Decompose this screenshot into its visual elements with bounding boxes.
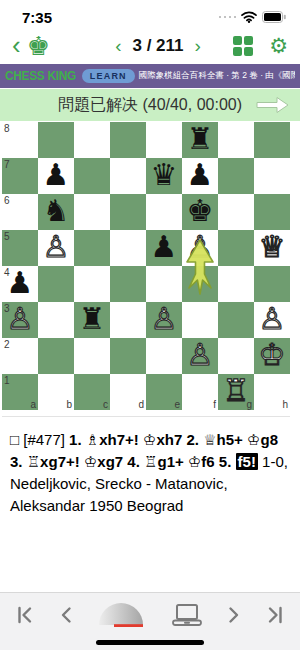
- file-label: c: [103, 399, 108, 410]
- board-area: 8♜7♟♛♟6♞♚5♙♟♙♕4♟3♙♜♙♙2♙♔1abcdefg♖h: [2, 122, 290, 417]
- square-f2[interactable]: ♙: [182, 338, 218, 374]
- wifi-icon: [241, 11, 257, 23]
- rank-label: 7: [4, 159, 10, 170]
- computer-analysis-button[interactable]: [171, 603, 203, 627]
- square-a6[interactable]: 6: [2, 194, 38, 230]
- previous-move-button[interactable]: [60, 605, 72, 625]
- file-label: b: [66, 399, 72, 410]
- square-f4[interactable]: [182, 266, 218, 302]
- black-p-piece: ♟: [187, 160, 214, 192]
- chess-king-logo-icon[interactable]: ♚: [27, 33, 50, 59]
- square-h3[interactable]: ♙: [254, 302, 290, 338]
- strength-gauge-icon[interactable]: [97, 601, 145, 629]
- square-a7[interactable]: 7: [2, 158, 38, 194]
- square-f5[interactable]: ♙: [182, 230, 218, 266]
- puzzle-counter: 3 / 211: [132, 36, 183, 56]
- square-b1[interactable]: b: [38, 374, 74, 410]
- square-h1[interactable]: h: [254, 374, 290, 410]
- black-n-piece: ♞: [43, 196, 70, 228]
- square-h2[interactable]: ♔: [254, 338, 290, 374]
- square-e1[interactable]: e: [146, 374, 182, 410]
- square-a1[interactable]: 1a: [2, 374, 38, 410]
- rank-label: 6: [4, 195, 10, 206]
- square-d2[interactable]: [110, 338, 146, 374]
- square-c4[interactable]: [74, 266, 110, 302]
- prev-puzzle-button[interactable]: ‹: [115, 36, 121, 55]
- square-d3[interactable]: [110, 302, 146, 338]
- square-e4[interactable]: [146, 266, 182, 302]
- white-p-piece: ♙: [43, 232, 70, 264]
- square-e6[interactable]: [146, 194, 182, 230]
- square-f6[interactable]: ♚: [182, 194, 218, 230]
- annotation-segment: 1-0,: [258, 453, 288, 470]
- square-b5[interactable]: ♙: [38, 230, 74, 266]
- black-p-piece: ♟: [7, 268, 34, 300]
- black-p-piece: ♟: [43, 160, 70, 192]
- clock: 7:35: [22, 9, 52, 26]
- annotation-segment: Nedeljkovic, Srecko - Matanovic, Aleksan…: [10, 475, 228, 514]
- black-r-piece: ♜: [79, 304, 106, 336]
- square-e7[interactable]: ♛: [146, 158, 182, 194]
- square-c6[interactable]: [74, 194, 110, 230]
- square-e2[interactable]: [146, 338, 182, 374]
- solution-status-text: 問題已解决 (40/40, 00:00): [58, 95, 242, 116]
- square-g8[interactable]: [218, 122, 254, 158]
- square-h6[interactable]: [254, 194, 290, 230]
- board-separator: [2, 416, 290, 417]
- white-p-piece: ♙: [187, 340, 214, 372]
- status-bar: 7:35: [0, 0, 300, 28]
- white-p-piece: ♙: [259, 304, 286, 336]
- square-c2[interactable]: [74, 338, 110, 374]
- file-label: g: [246, 399, 252, 410]
- square-d4[interactable]: [110, 266, 146, 302]
- current-move[interactable]: f5!: [236, 453, 258, 470]
- file-label: f: [213, 399, 216, 410]
- square-c7[interactable]: [74, 158, 110, 194]
- square-h4[interactable]: [254, 266, 290, 302]
- square-e8[interactable]: [146, 122, 182, 158]
- square-h8[interactable]: [254, 122, 290, 158]
- solution-status-bar: 問題已解决 (40/40, 00:00): [0, 89, 300, 121]
- white-p-piece: ♙: [7, 304, 34, 336]
- annotation-segment: □ [#477]: [10, 431, 69, 448]
- square-d1[interactable]: d: [110, 374, 146, 410]
- square-g1[interactable]: g♖: [218, 374, 254, 410]
- square-f3[interactable]: [182, 302, 218, 338]
- grid-menu-button[interactable]: [233, 36, 253, 56]
- square-h5[interactable]: ♕: [254, 230, 290, 266]
- square-b8[interactable]: [38, 122, 74, 158]
- black-k-piece: ♚: [187, 196, 214, 228]
- square-e5[interactable]: ♟: [146, 230, 182, 266]
- square-a4[interactable]: 4♟: [2, 266, 38, 302]
- square-b7[interactable]: ♟: [38, 158, 74, 194]
- rank-label: 1: [4, 375, 10, 386]
- square-a2[interactable]: 2: [2, 338, 38, 374]
- file-label: d: [138, 399, 144, 410]
- black-r-piece: ♜: [187, 124, 214, 156]
- file-label: a: [30, 399, 36, 410]
- square-c1[interactable]: c: [74, 374, 110, 410]
- file-label: e: [174, 399, 180, 410]
- brand-text: CHESS KING: [5, 69, 76, 83]
- course-title: 國際象棋組合百科全書 · 第 2 卷 · 由《國際象棋情報》編著: [135, 70, 295, 82]
- white-p-piece: ♙: [187, 232, 214, 264]
- learn-badge: LEARN: [82, 69, 135, 83]
- square-c3[interactable]: ♜: [74, 302, 110, 338]
- square-a3[interactable]: 3♙: [2, 302, 38, 338]
- white-q-piece: ♕: [259, 232, 286, 264]
- square-g7[interactable]: [218, 158, 254, 194]
- rank-label: 8: [4, 123, 10, 134]
- square-g3[interactable]: [218, 302, 254, 338]
- go-to-end-button[interactable]: [266, 605, 284, 625]
- square-d8[interactable]: [110, 122, 146, 158]
- next-move-button[interactable]: [228, 605, 240, 625]
- square-d5[interactable]: [110, 230, 146, 266]
- square-f8[interactable]: ♜: [182, 122, 218, 158]
- white-p-piece: ♙: [151, 304, 178, 336]
- black-p-piece: ♟: [151, 232, 178, 264]
- home-indicator: [96, 640, 204, 645]
- settings-gear-button[interactable]: ⚙: [269, 36, 288, 57]
- square-a8[interactable]: 8: [2, 122, 38, 158]
- square-g4[interactable]: [218, 266, 254, 302]
- square-b6[interactable]: ♞: [38, 194, 74, 230]
- square-a5[interactable]: 5: [2, 230, 38, 266]
- square-b4[interactable]: [38, 266, 74, 302]
- white-k-piece: ♔: [259, 340, 286, 372]
- rank-label: 2: [4, 339, 10, 350]
- square-g2[interactable]: [218, 338, 254, 374]
- promo-banner[interactable]: CHESS KING LEARN 國際象棋組合百科全書 · 第 2 卷 · 由《…: [0, 64, 300, 88]
- square-d7[interactable]: [110, 158, 146, 194]
- playback-toolbar: [0, 592, 300, 650]
- square-c5[interactable]: [74, 230, 110, 266]
- next-arrow-button[interactable]: [256, 95, 290, 115]
- square-g6[interactable]: [218, 194, 254, 230]
- square-f1[interactable]: f: [182, 374, 218, 410]
- app-screen: 7:35 ‹ ♚ ‹ 3 / 211 ›: [0, 0, 300, 650]
- nav-bar: ‹ ♚ ‹ 3 / 211 › ⚙: [0, 28, 300, 64]
- square-c8[interactable]: [74, 122, 110, 158]
- square-g5[interactable]: [218, 230, 254, 266]
- battery-icon: [262, 11, 286, 23]
- next-puzzle-button[interactable]: ›: [195, 36, 201, 55]
- go-to-start-button[interactable]: [16, 605, 34, 625]
- square-h7[interactable]: [254, 158, 290, 194]
- rank-label: 5: [4, 231, 10, 242]
- white-r-piece: ♖: [223, 376, 250, 408]
- square-e3[interactable]: ♙: [146, 302, 182, 338]
- rank-label: 4: [4, 267, 10, 278]
- chess-board[interactable]: 8♜7♟♛♟6♞♚5♙♟♙♕4♟3♙♜♙♙2♙♔1abcdefg♖h: [2, 122, 290, 410]
- square-d6[interactable]: [110, 194, 146, 230]
- square-b3[interactable]: [38, 302, 74, 338]
- black-q-piece: ♛: [151, 160, 178, 192]
- back-button[interactable]: ‹: [12, 32, 21, 58]
- square-b2[interactable]: [38, 338, 74, 374]
- square-f7[interactable]: ♟: [182, 158, 218, 194]
- move-text[interactable]: □ [#477] 1. ♗xh7+! ♔xh7 2. ♕h5+ ♔g8 3. ♖…: [0, 429, 300, 517]
- cellular-dots-icon: [219, 16, 237, 19]
- file-label: h: [282, 399, 288, 410]
- rank-label: 3: [4, 303, 10, 314]
